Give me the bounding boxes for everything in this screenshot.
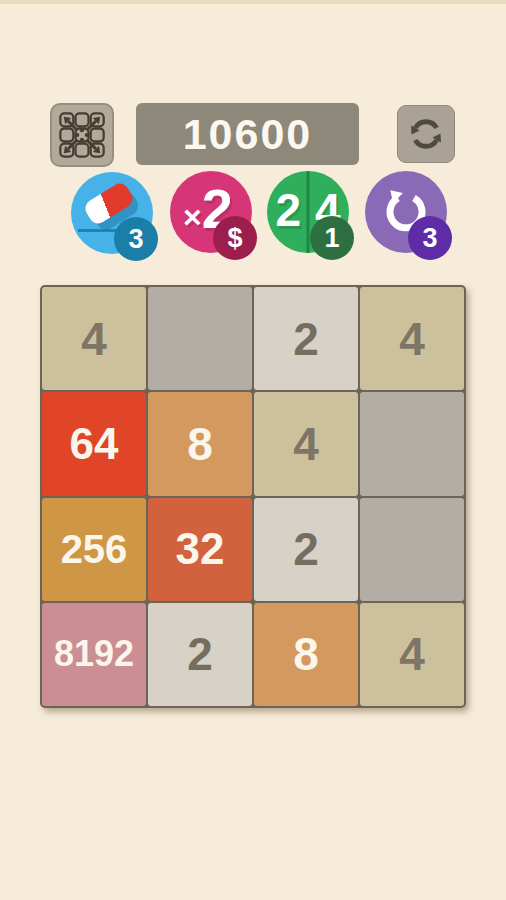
multiplier-times-sign: × xyxy=(183,199,202,236)
restart-icon xyxy=(403,111,449,157)
empty-cell-r3c4[interactable] xyxy=(360,498,464,601)
tile-value: 32 xyxy=(176,524,225,574)
powerup-undo-button[interactable]: 3 xyxy=(365,171,447,253)
tile-value: 8 xyxy=(187,417,213,471)
app-screen: 10600 3 ×2 $ 2 4 xyxy=(0,0,506,900)
powerup-eraser-button[interactable]: 3 xyxy=(71,172,153,254)
multiplier-price-badge: $ xyxy=(213,216,257,260)
tile-4-r1c1[interactable]: 4 xyxy=(42,287,146,390)
tile-value: 8 xyxy=(293,627,319,681)
restart-button[interactable] xyxy=(397,105,455,163)
game-board[interactable]: 42464842563228192284 xyxy=(40,285,466,708)
tile-64-r2c1[interactable]: 64 xyxy=(42,392,146,495)
tile-value: 4 xyxy=(81,312,107,366)
tile-2-r4c2[interactable]: 2 xyxy=(148,603,252,706)
tile-value: 4 xyxy=(293,417,319,471)
tile-value: 2 xyxy=(187,627,213,681)
tile-value: 64 xyxy=(70,419,119,469)
tile-256-r3c1[interactable]: 256 xyxy=(42,498,146,601)
tile-32-r3c2[interactable]: 32 xyxy=(148,498,252,601)
tile-value: 8192 xyxy=(54,633,134,675)
powerup-split-button[interactable]: 2 4 1 xyxy=(267,171,349,253)
swipe-directions-button[interactable] xyxy=(50,103,114,167)
empty-cell-r2c4[interactable] xyxy=(360,392,464,495)
tile-value: 2 xyxy=(293,522,319,576)
swipe-all-directions-icon xyxy=(56,109,108,161)
status-strip xyxy=(0,0,506,4)
score-value: 10600 xyxy=(183,110,313,159)
powerup-multiplier-button[interactable]: ×2 $ xyxy=(170,171,252,253)
split-count-badge: 1 xyxy=(310,216,354,260)
tile-value: 256 xyxy=(61,527,128,572)
tile-value: 4 xyxy=(399,627,425,681)
eraser-count-badge: 3 xyxy=(114,217,158,261)
tile-value: 2 xyxy=(293,312,319,366)
score-display: 10600 xyxy=(136,103,359,165)
tile-2-r3c3[interactable]: 2 xyxy=(254,498,358,601)
empty-cell-r1c2[interactable] xyxy=(148,287,252,390)
undo-count-badge: 3 xyxy=(408,216,452,260)
tile-8-r4c3[interactable]: 8 xyxy=(254,603,358,706)
split-left-digit: 2 xyxy=(275,187,301,233)
tile-4-r4c4[interactable]: 4 xyxy=(360,603,464,706)
tile-8-r2c2[interactable]: 8 xyxy=(148,392,252,495)
tile-8192-r4c1[interactable]: 8192 xyxy=(42,603,146,706)
tile-4-r2c3[interactable]: 4 xyxy=(254,392,358,495)
tile-4-r1c4[interactable]: 4 xyxy=(360,287,464,390)
split-divider-line xyxy=(307,171,310,253)
tile-2-r1c3[interactable]: 2 xyxy=(254,287,358,390)
tile-value: 4 xyxy=(399,312,425,366)
